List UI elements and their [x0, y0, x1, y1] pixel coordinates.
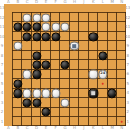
row-label-left: 7 [1, 63, 4, 67]
column-label-bottom: H [73, 126, 76, 130]
column-label-top: A [7, 0, 10, 4]
column-label-bottom: J [83, 126, 84, 130]
column-label-top: H [73, 0, 76, 4]
row-label-left: 3 [1, 101, 4, 105]
row-label-left: 9 [1, 44, 4, 48]
row-label-left: 13 [0, 6, 5, 10]
row-label-right: 3 [126, 101, 129, 105]
column-label-top: G [63, 0, 66, 4]
row-label-right: 6 [126, 72, 129, 76]
column-label-top: C [26, 0, 29, 4]
row-label-left: 6 [1, 72, 4, 76]
row-label-left: 5 [1, 82, 4, 86]
column-label-top: K [92, 0, 95, 4]
column-label-bottom: E [45, 126, 48, 130]
column-label-top: E [45, 0, 48, 4]
column-label-top: M [111, 0, 114, 4]
column-label-bottom: F [54, 126, 56, 130]
column-label-bottom: D [35, 126, 38, 130]
column-label-top: F [54, 0, 56, 4]
row-label-right: 9 [126, 44, 129, 48]
column-label-top: N [120, 0, 123, 4]
column-label-bottom: K [92, 126, 95, 130]
row-label-right: 1 [126, 120, 129, 124]
row-label-left: 12 [0, 16, 5, 20]
row-label-left: 1 [1, 120, 4, 124]
column-label-top: B [16, 0, 19, 4]
row-label-right: 11 [125, 25, 130, 29]
square-marker-K4 [92, 92, 96, 96]
red-dot-marker-N1 [120, 120, 123, 123]
move-label-L6: 24 [100, 73, 105, 77]
column-label-bottom: B [16, 126, 19, 130]
column-label-top: J [83, 0, 84, 4]
column-label-top: L [102, 0, 104, 4]
row-label-left: 4 [1, 91, 4, 95]
row-label-left: 2 [1, 110, 4, 114]
column-label-bottom: M [111, 126, 114, 130]
column-label-bottom: A [7, 126, 10, 130]
column-label-top: D [35, 0, 38, 4]
column-label-bottom: N [120, 126, 123, 130]
column-label-bottom: G [63, 126, 66, 130]
row-label-right: 10 [125, 35, 130, 39]
row-label-right: 8 [126, 54, 129, 58]
column-label-bottom: C [26, 126, 29, 130]
go-board-viewer: AABBCCDDEEFFGGHHJJKKLLMMNN13131212111110… [0, 0, 130, 130]
row-label-right: 4 [126, 91, 129, 95]
row-label-left: 10 [0, 35, 5, 39]
square-marker-H9 [73, 44, 77, 48]
row-label-right: 13 [125, 6, 130, 10]
row-label-right: 2 [126, 110, 129, 114]
row-label-right: 7 [126, 63, 129, 67]
column-label-bottom: L [102, 126, 104, 130]
row-label-left: 8 [1, 54, 4, 58]
row-label-right: 5 [126, 82, 129, 86]
row-label-right: 12 [125, 16, 130, 20]
row-label-left: 11 [0, 25, 5, 29]
red-dot-marker-L5 [102, 83, 105, 86]
